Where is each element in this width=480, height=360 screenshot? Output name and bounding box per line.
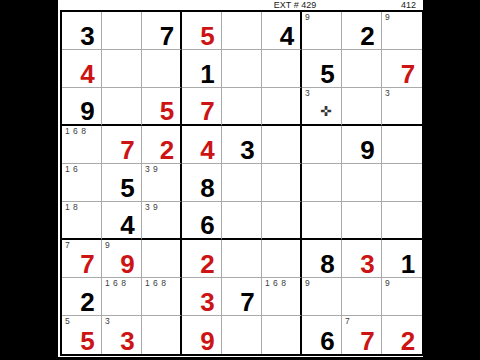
- entered-digit: 2: [160, 138, 174, 163]
- cell-r9c8[interactable]: 77: [342, 316, 382, 354]
- entered-digit: 9: [120, 252, 134, 277]
- pencil-marks: 9: [385, 13, 390, 22]
- pencil-marks: 3: [305, 89, 310, 98]
- cell-r6c2[interactable]: 4: [102, 202, 142, 240]
- cell-r4c6[interactable]: [262, 126, 302, 164]
- cell-r4c9[interactable]: [382, 126, 422, 164]
- cell-r2c3[interactable]: [142, 50, 182, 88]
- pencil-marks: 9: [385, 279, 390, 288]
- cell-r2c9[interactable]: 7: [382, 50, 422, 88]
- cell-r9c6[interactable]: [262, 316, 302, 354]
- pencil-marks: 3 9: [145, 203, 158, 212]
- cell-r5c4[interactable]: 8: [182, 164, 222, 202]
- entered-digit: 7: [120, 138, 134, 163]
- cell-r6c8[interactable]: [342, 202, 382, 240]
- entered-digit: 7: [360, 329, 374, 354]
- cell-r2c2[interactable]: [102, 50, 142, 88]
- cell-r1c7[interactable]: 9: [302, 12, 342, 50]
- given-digit: 9: [360, 138, 374, 163]
- cell-r3c8[interactable]: [342, 88, 382, 126]
- given-digit: 5: [320, 62, 334, 87]
- pencil-marks: 9: [305, 279, 310, 288]
- cell-r3c4[interactable]: 7: [182, 88, 222, 126]
- given-digit: 3: [240, 138, 254, 163]
- entered-digit: 5: [200, 24, 214, 49]
- entered-digit: 7: [200, 99, 214, 124]
- pencil-marks: 9: [105, 241, 110, 250]
- cell-r8c1[interactable]: 2: [62, 278, 102, 316]
- given-digit: 8: [320, 252, 334, 277]
- entered-digit: 9: [200, 329, 214, 354]
- cell-r1c2[interactable]: [102, 12, 142, 50]
- cell-r1c3[interactable]: 7: [142, 12, 182, 50]
- pencil-marks: 5: [65, 317, 70, 326]
- cell-r1c9[interactable]: 9: [382, 12, 422, 50]
- cell-r9c9[interactable]: 2: [382, 316, 422, 354]
- cell-r7c8[interactable]: 3: [342, 240, 382, 278]
- entered-digit: 7: [80, 252, 94, 277]
- cell-r7c1[interactable]: 77: [62, 240, 102, 278]
- cell-r5c8[interactable]: [342, 164, 382, 202]
- given-digit: 2: [80, 290, 94, 315]
- cell-r6c3[interactable]: 3 9: [142, 202, 182, 240]
- cell-r3c1[interactable]: 9: [62, 88, 102, 126]
- pencil-marks: 3 9: [145, 165, 158, 174]
- cell-r7c4[interactable]: 2: [182, 240, 222, 278]
- cell-r5c2[interactable]: 5: [102, 164, 142, 202]
- pencil-marks: 1 6 8: [265, 279, 286, 288]
- entered-digit: 3: [200, 290, 214, 315]
- cell-r6c1[interactable]: 1 8: [62, 202, 102, 240]
- cell-r8c6[interactable]: 1 6 8: [262, 278, 302, 316]
- cell-r6c9[interactable]: [382, 202, 422, 240]
- cell-r5c6[interactable]: [262, 164, 302, 202]
- cell-r5c3[interactable]: 3 9: [142, 164, 182, 202]
- cell-r8c8[interactable]: [342, 278, 382, 316]
- cell-r6c6[interactable]: [262, 202, 302, 240]
- cell-r5c5[interactable]: [222, 164, 262, 202]
- pencil-marks: 1 6: [65, 165, 78, 174]
- given-digit: 5: [120, 176, 134, 201]
- entered-digit: 5: [80, 329, 94, 354]
- given-digit: 7: [160, 24, 174, 49]
- cell-r1c1[interactable]: 3: [62, 12, 102, 50]
- given-digit: 4: [280, 24, 294, 49]
- given-digit: 3: [80, 24, 94, 49]
- given-digit: 7: [240, 290, 254, 315]
- cell-r3c7[interactable]: 3: [302, 88, 342, 126]
- cell-r9c4[interactable]: 9: [182, 316, 222, 354]
- cell-r4c4[interactable]: 4: [182, 126, 222, 164]
- cell-r1c8[interactable]: 2: [342, 12, 382, 50]
- cell-r1c5[interactable]: [222, 12, 262, 50]
- given-digit: 6: [200, 213, 214, 238]
- cell-r9c7[interactable]: 6: [302, 316, 342, 354]
- cell-r9c5[interactable]: [222, 316, 262, 354]
- cell-r6c4[interactable]: 6: [182, 202, 222, 240]
- given-digit: 1: [200, 62, 214, 87]
- cell-r9c2[interactable]: 33: [102, 316, 142, 354]
- given-digit: 2: [360, 24, 374, 49]
- cell-r5c9[interactable]: [382, 164, 422, 202]
- cell-r4c2[interactable]: 7: [102, 126, 142, 164]
- entered-digit: 3: [120, 329, 134, 354]
- cell-r9c1[interactable]: 55: [62, 316, 102, 354]
- entered-digit: 4: [200, 138, 214, 163]
- cell-r3c6[interactable]: [262, 88, 302, 126]
- pencil-marks: 1 8: [65, 203, 78, 212]
- given-digit: 8: [200, 176, 214, 201]
- cell-r2c4[interactable]: 1: [182, 50, 222, 88]
- cell-r8c5[interactable]: 7: [222, 278, 262, 316]
- cell-r2c8[interactable]: [342, 50, 382, 88]
- cell-r1c4[interactable]: 5: [182, 12, 222, 50]
- cell-r8c4[interactable]: 3: [182, 278, 222, 316]
- pencil-marks: 3: [385, 89, 390, 98]
- entered-digit: 2: [401, 329, 415, 354]
- cell-r5c7[interactable]: [302, 164, 342, 202]
- pencil-marks: 9: [305, 13, 310, 22]
- cell-r7c5[interactable]: [222, 240, 262, 278]
- cell-r3c3[interactable]: 5: [142, 88, 182, 126]
- cell-r8c3[interactable]: 1 6 8: [142, 278, 182, 316]
- cell-r2c7[interactable]: 5: [302, 50, 342, 88]
- cell-r4c1[interactable]: 1 6 8: [62, 126, 102, 164]
- pencil-marks: 7: [65, 241, 70, 250]
- pencil-marks: 7: [345, 317, 350, 326]
- cell-r6c5[interactable]: [222, 202, 262, 240]
- entered-digit: 2: [200, 252, 214, 277]
- given-digit: 4: [120, 213, 134, 238]
- cell-r7c2[interactable]: 99: [102, 240, 142, 278]
- cell-r4c8[interactable]: 9: [342, 126, 382, 164]
- entered-digit: 3: [360, 252, 374, 277]
- entered-digit: 5: [160, 99, 174, 124]
- cell-r2c5[interactable]: [222, 50, 262, 88]
- cell-r7c6[interactable]: [262, 240, 302, 278]
- cell-r3c9[interactable]: 3: [382, 88, 422, 126]
- cell-r4c5[interactable]: 3: [222, 126, 262, 164]
- entered-digit: 7: [401, 62, 415, 87]
- given-digit: 1: [401, 252, 415, 277]
- cell-r5c1[interactable]: 1 6: [62, 164, 102, 202]
- pencil-marks: 1 6 8: [65, 127, 86, 136]
- cell-r6c7[interactable]: [302, 202, 342, 240]
- cell-r4c7[interactable]: [302, 126, 342, 164]
- given-digit: 6: [320, 329, 334, 354]
- cell-r8c9[interactable]: 9: [382, 278, 422, 316]
- cell-r3c5[interactable]: [222, 88, 262, 126]
- entered-digit: 4: [80, 62, 94, 87]
- cell-r1c6[interactable]: 4: [262, 12, 302, 50]
- cell-r3c2[interactable]: [102, 88, 142, 126]
- pencil-marks: 1 6 8: [145, 279, 166, 288]
- given-digit: 9: [80, 99, 94, 124]
- cell-r4c3[interactable]: 2: [142, 126, 182, 164]
- cell-r8c2[interactable]: 1 6 8: [102, 278, 142, 316]
- pencil-marks: 1 6 8: [105, 279, 126, 288]
- cell-r8c7[interactable]: 9: [302, 278, 342, 316]
- cell-r7c3[interactable]: [142, 240, 182, 278]
- cell-r9c3[interactable]: [142, 316, 182, 354]
- cell-r7c7[interactable]: 8: [302, 240, 342, 278]
- pencil-marks: 3: [105, 317, 110, 326]
- cell-r7c9[interactable]: 1: [382, 240, 422, 278]
- cell-r2c1[interactable]: 4: [62, 50, 102, 88]
- cell-r2c6[interactable]: [262, 50, 302, 88]
- sudoku-board[interactable]: ✜ 37549294157957331 6 8724391 653 981 84…: [60, 10, 424, 356]
